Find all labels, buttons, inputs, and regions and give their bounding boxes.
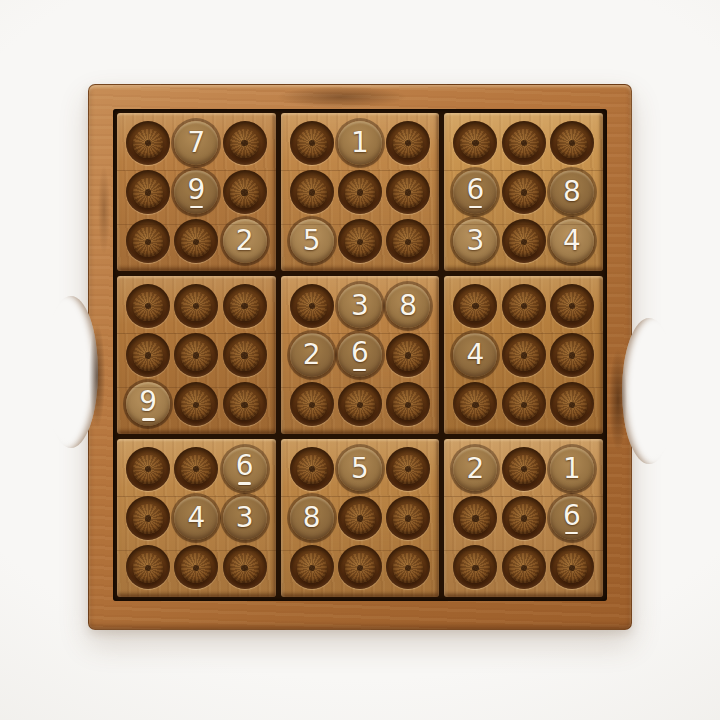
empty-hole-peg [453,382,497,426]
empty-hole-peg [502,496,546,540]
cell-r3c6[interactable] [384,217,432,266]
empty-hole-peg [290,284,334,328]
empty-hole-peg [126,121,170,165]
number-peg-2[interactable]: 2 [453,447,497,491]
number-peg-1[interactable]: 1 [338,121,382,165]
cell-r9c5[interactable] [336,543,384,592]
number-peg-3[interactable]: 3 [223,496,267,540]
peg-digit: 4 [563,227,581,255]
digit-underline-mark [469,206,482,209]
cell-r2c9[interactable]: 8 [548,167,596,216]
cell-r7c2[interactable] [172,444,220,493]
empty-hole-peg [453,121,497,165]
number-peg-7[interactable]: 7 [174,121,218,165]
cell-r8c6[interactable] [384,493,432,542]
cell-r9c6[interactable] [384,543,432,592]
empty-hole-peg [550,121,594,165]
cell-r8c2[interactable]: 4 [172,493,220,542]
empty-hole-peg [223,170,267,214]
cell-r7c6[interactable] [384,444,432,493]
cell-r7c8[interactable] [500,444,548,493]
cell-r1c8[interactable] [500,118,548,167]
empty-hole-peg [223,545,267,589]
cell-r5c4[interactable]: 2 [288,330,336,379]
cell-r2c6[interactable] [384,167,432,216]
empty-hole-peg [502,219,546,263]
empty-hole-peg [338,496,382,540]
number-peg-5[interactable]: 5 [290,219,334,263]
peg-digit: 9 [187,176,205,204]
cell-r2c5[interactable] [336,167,384,216]
cell-r1c4[interactable] [288,118,336,167]
block-1-3: 6834 [444,113,603,271]
empty-hole-peg [126,496,170,540]
block-grid: 79215683493826464358216 [117,113,603,597]
cell-r7c9[interactable]: 1 [548,444,596,493]
finger-notch-right [622,318,676,464]
number-peg-2[interactable]: 2 [290,333,334,377]
cell-r9c9[interactable] [548,543,596,592]
cell-r1c5[interactable]: 1 [336,118,384,167]
cell-r1c6[interactable] [384,118,432,167]
peg-digit: 6 [351,339,369,367]
empty-hole-peg [174,333,218,377]
cell-r1c2[interactable]: 7 [172,118,220,167]
finger-notch-left [44,296,98,448]
cell-r8c8[interactable] [500,493,548,542]
cell-r6c7[interactable] [451,380,499,429]
cell-r4c9[interactable] [548,281,596,330]
number-peg-6[interactable]: 6 [338,333,382,377]
cell-r1c1[interactable] [124,118,172,167]
empty-hole-peg [290,545,334,589]
cell-r5c7[interactable]: 4 [451,330,499,379]
empty-hole-peg [290,121,334,165]
empty-hole-peg [338,219,382,263]
peg-digit: 2 [467,455,485,483]
cell-r2c3[interactable] [220,167,268,216]
cell-r8c9[interactable]: 6 [548,493,596,542]
cell-r2c2[interactable]: 9 [172,167,220,216]
peg-digit: 5 [351,455,369,483]
digit-underline-mark [142,418,155,421]
cell-r7c3[interactable]: 6 [220,444,268,493]
cell-r1c3[interactable] [220,118,268,167]
cell-r9c3[interactable] [220,543,268,592]
empty-hole-peg [338,170,382,214]
cell-r6c1[interactable]: 9 [124,380,172,429]
peg-digit: 6 [236,452,254,480]
peg-digit: 1 [351,129,369,157]
empty-hole-peg [174,382,218,426]
block-2-1: 9 [117,276,276,434]
cell-r5c8[interactable] [500,330,548,379]
cell-r4c5[interactable]: 3 [336,281,384,330]
cell-r7c5[interactable]: 5 [336,444,384,493]
empty-hole-peg [386,447,430,491]
number-peg-4[interactable]: 4 [550,219,594,263]
peg-digit: 9 [139,388,157,416]
peg-digit: 5 [303,227,321,255]
number-peg-2[interactable]: 2 [223,219,267,263]
cell-r2c1[interactable] [124,167,172,216]
cell-r4c2[interactable] [172,281,220,330]
number-peg-6[interactable]: 6 [550,496,594,540]
empty-hole-peg [386,333,430,377]
cell-r7c1[interactable] [124,444,172,493]
cell-r2c7[interactable]: 6 [451,167,499,216]
cell-r8c5[interactable] [336,493,384,542]
empty-hole-peg [223,284,267,328]
number-peg-6[interactable]: 6 [223,447,267,491]
block-1-2: 15 [281,113,440,271]
empty-hole-peg [174,447,218,491]
number-peg-3[interactable]: 3 [453,219,497,263]
empty-hole-peg [126,284,170,328]
block-3-1: 643 [117,439,276,597]
cell-r5c1[interactable] [124,330,172,379]
block-2-2: 3826 [281,276,440,434]
empty-hole-peg [453,284,497,328]
empty-hole-peg [174,219,218,263]
empty-hole-peg [453,545,497,589]
block-2-3: 4 [444,276,603,434]
number-peg-4[interactable]: 4 [453,333,497,377]
sudoku-board: 79215683493826464358216 [88,84,632,630]
empty-hole-peg [126,219,170,263]
cell-r4c8[interactable] [500,281,548,330]
empty-hole-peg [126,333,170,377]
cell-r9c7[interactable] [451,543,499,592]
cell-r3c2[interactable] [172,217,220,266]
empty-hole-peg [338,382,382,426]
empty-hole-peg [290,447,334,491]
board-well: 79215683493826464358216 [113,109,607,601]
cell-r3c8[interactable] [500,217,548,266]
block-1-1: 792 [117,113,276,271]
cell-r3c1[interactable] [124,217,172,266]
empty-hole-peg [550,382,594,426]
empty-hole-peg [502,545,546,589]
number-peg-3[interactable]: 3 [338,284,382,328]
cell-r4c7[interactable] [451,281,499,330]
peg-digit: 3 [467,227,485,255]
empty-hole-peg [550,545,594,589]
empty-hole-peg [386,545,430,589]
cell-r2c8[interactable] [500,167,548,216]
empty-hole-peg [223,333,267,377]
empty-hole-peg [453,496,497,540]
empty-hole-peg [126,447,170,491]
cell-r4c4[interactable] [288,281,336,330]
cell-r5c9[interactable] [548,330,596,379]
cell-r3c4[interactable]: 5 [288,217,336,266]
peg-digit: 6 [467,176,485,204]
empty-hole-peg [386,496,430,540]
cell-r9c4[interactable] [288,543,336,592]
empty-hole-peg [502,447,546,491]
photo-background: 79215683493826464358216 [0,0,720,720]
cell-r1c9[interactable] [548,118,596,167]
number-peg-6[interactable]: 6 [453,170,497,214]
empty-hole-peg [126,545,170,589]
empty-hole-peg [223,121,267,165]
empty-hole-peg [126,170,170,214]
empty-hole-peg [502,382,546,426]
peg-digit: 8 [303,504,321,532]
digit-underline-mark [353,369,366,372]
empty-hole-peg [290,170,334,214]
number-peg-8[interactable]: 8 [290,496,334,540]
number-peg-8[interactable]: 8 [386,284,430,328]
empty-hole-peg [174,284,218,328]
number-peg-1[interactable]: 1 [550,447,594,491]
peg-digit: 2 [303,341,321,369]
cell-r2c4[interactable] [288,167,336,216]
empty-hole-peg [550,284,594,328]
empty-hole-peg [223,382,267,426]
empty-hole-peg [502,333,546,377]
peg-digit: 3 [236,504,254,532]
cell-r6c4[interactable] [288,380,336,429]
cell-r3c5[interactable] [336,217,384,266]
cell-r5c5[interactable]: 6 [336,330,384,379]
empty-hole-peg [550,333,594,377]
digit-underline-mark [190,206,203,209]
empty-hole-peg [386,170,430,214]
block-3-2: 58 [281,439,440,597]
empty-hole-peg [174,545,218,589]
empty-hole-peg [338,545,382,589]
number-peg-9[interactable]: 9 [174,170,218,214]
cell-r9c8[interactable] [500,543,548,592]
peg-digit: 3 [351,292,369,320]
cell-r4c6[interactable]: 8 [384,281,432,330]
empty-hole-peg [502,170,546,214]
cell-r5c6[interactable] [384,330,432,379]
empty-hole-peg [290,382,334,426]
cell-r7c7[interactable]: 2 [451,444,499,493]
peg-digit: 7 [187,129,205,157]
cell-r6c5[interactable] [336,380,384,429]
cell-r6c3[interactable] [220,380,268,429]
number-peg-5[interactable]: 5 [338,447,382,491]
peg-digit: 2 [236,227,254,255]
empty-hole-peg [502,121,546,165]
cell-r8c4[interactable]: 8 [288,493,336,542]
empty-hole-peg [386,121,430,165]
peg-digit: 4 [187,504,205,532]
cell-r8c7[interactable] [451,493,499,542]
empty-hole-peg [386,382,430,426]
cell-r8c3[interactable]: 3 [220,493,268,542]
cell-r3c7[interactable]: 3 [451,217,499,266]
cell-r1c7[interactable] [451,118,499,167]
cell-r9c2[interactable] [172,543,220,592]
cell-r6c8[interactable] [500,380,548,429]
cell-r6c2[interactable] [172,380,220,429]
number-peg-8[interactable]: 8 [550,170,594,214]
cell-r4c1[interactable] [124,281,172,330]
empty-hole-peg [502,284,546,328]
cell-r5c3[interactable] [220,330,268,379]
digit-underline-mark [565,532,578,535]
digit-underline-mark [238,482,251,485]
cell-r5c2[interactable] [172,330,220,379]
cell-r3c3[interactable]: 2 [220,217,268,266]
cell-r7c4[interactable] [288,444,336,493]
cell-r8c1[interactable] [124,493,172,542]
peg-digit: 8 [399,292,417,320]
peg-digit: 1 [563,455,581,483]
cell-r9c1[interactable] [124,543,172,592]
peg-digit: 8 [563,178,581,206]
cell-r3c9[interactable]: 4 [548,217,596,266]
peg-digit: 4 [467,341,485,369]
block-3-3: 216 [444,439,603,597]
cell-r4c3[interactable] [220,281,268,330]
number-peg-4[interactable]: 4 [174,496,218,540]
cell-r6c9[interactable] [548,380,596,429]
peg-digit: 6 [563,502,581,530]
cell-r6c6[interactable] [384,380,432,429]
number-peg-9[interactable]: 9 [126,382,170,426]
empty-hole-peg [386,219,430,263]
